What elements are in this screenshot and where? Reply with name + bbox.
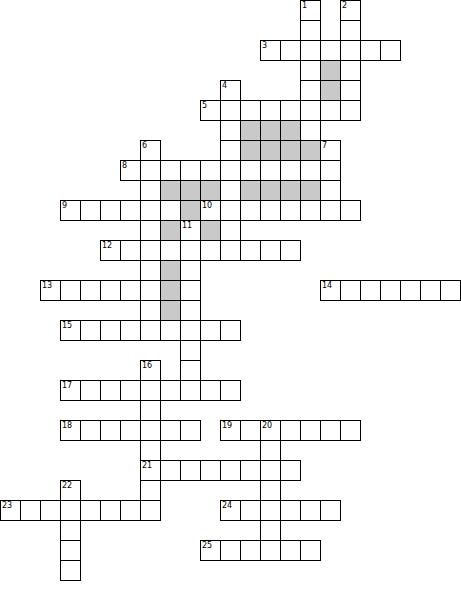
cell-r25c0[interactable]: 23 <box>0 500 21 521</box>
shaded-cell-r9c8 <box>160 180 181 201</box>
cell-r16c9[interactable] <box>180 320 201 341</box>
cell-r10c17[interactable] <box>340 200 361 221</box>
shaded-cell-r9c9 <box>180 180 201 201</box>
cell-r11c7[interactable] <box>140 220 161 241</box>
cell-r11c9[interactable]: 11 <box>180 220 201 241</box>
cell-r8c8[interactable] <box>160 160 181 181</box>
cell-r1c17[interactable] <box>340 20 361 41</box>
cell-r2c15[interactable] <box>300 40 321 61</box>
cell-r2c16[interactable] <box>320 40 341 61</box>
shaded-cell-r9c13 <box>260 180 281 201</box>
cell-r2c13[interactable]: 3 <box>260 40 281 61</box>
cell-r21c5[interactable] <box>100 420 121 441</box>
cell-r21c6[interactable] <box>120 420 141 441</box>
cell-r7c11[interactable] <box>220 140 241 161</box>
shaded-cell-r11c8 <box>160 220 181 241</box>
cell-r23c9[interactable] <box>180 460 201 481</box>
clue-number-5: 5 <box>202 101 207 110</box>
cell-r12c7[interactable] <box>140 240 161 261</box>
cell-r23c13[interactable] <box>260 460 281 481</box>
cell-r5c10[interactable]: 5 <box>200 100 221 121</box>
shaded-cell-r15c8 <box>160 300 181 321</box>
clue-number-13: 13 <box>42 281 52 290</box>
cell-r21c11[interactable]: 19 <box>220 420 241 441</box>
cell-r2c14[interactable] <box>280 40 301 61</box>
cell-r27c14[interactable] <box>280 540 301 561</box>
cell-r10c4[interactable] <box>80 200 101 221</box>
cell-r0c15[interactable]: 1 <box>300 0 321 21</box>
cell-r9c11[interactable] <box>220 180 241 201</box>
crossword-page: 1234567891011121314151617181920212223242… <box>0 0 461 601</box>
cell-r25c7[interactable] <box>140 500 161 521</box>
cell-r16c5[interactable] <box>100 320 121 341</box>
cell-r21c14[interactable] <box>280 420 301 441</box>
cell-r14c17[interactable] <box>340 280 361 301</box>
cell-r12c6[interactable] <box>120 240 141 261</box>
cell-r23c10[interactable] <box>200 460 221 481</box>
cell-r15c9[interactable] <box>180 300 201 321</box>
cell-r24c7[interactable] <box>140 480 161 501</box>
cell-r8c7[interactable] <box>140 160 161 181</box>
cell-r21c15[interactable] <box>300 420 321 441</box>
cell-r10c11[interactable] <box>220 200 241 221</box>
cell-r10c13[interactable] <box>260 200 281 221</box>
clue-number-14: 14 <box>322 281 332 290</box>
cell-r19c5[interactable] <box>100 380 121 401</box>
cell-r25c14[interactable] <box>280 500 301 521</box>
cell-r12c9[interactable] <box>180 240 201 261</box>
cell-r15c7[interactable] <box>140 300 161 321</box>
cell-r21c17[interactable] <box>340 420 361 441</box>
cell-r10c3[interactable]: 9 <box>60 200 81 221</box>
cell-r2c19[interactable] <box>380 40 401 61</box>
cell-r25c1[interactable] <box>20 500 41 521</box>
cell-r5c13[interactable] <box>260 100 281 121</box>
clue-number-23: 23 <box>2 501 12 510</box>
shaded-cell-r4c16 <box>320 80 341 101</box>
cell-r14c16[interactable]: 14 <box>320 280 341 301</box>
cell-r8c11[interactable] <box>220 160 241 181</box>
cell-r18c9[interactable] <box>180 360 201 381</box>
cell-r12c12[interactable] <box>240 240 261 261</box>
cell-r3c15[interactable] <box>300 60 321 81</box>
clue-number-19: 19 <box>222 421 232 430</box>
cell-r4c15[interactable] <box>300 80 321 101</box>
cell-r8c12[interactable] <box>240 160 261 181</box>
cell-r21c7[interactable] <box>140 420 161 441</box>
cell-r4c11[interactable]: 4 <box>220 80 241 101</box>
cell-r14c19[interactable] <box>380 280 401 301</box>
cell-r6c15[interactable] <box>300 120 321 141</box>
clue-number-9: 9 <box>62 201 67 210</box>
cell-r9c7[interactable] <box>140 180 161 201</box>
cell-r19c8[interactable] <box>160 380 181 401</box>
cell-r21c9[interactable] <box>180 420 201 441</box>
clue-number-18: 18 <box>62 421 72 430</box>
cell-r21c8[interactable] <box>160 420 181 441</box>
cell-r5c14[interactable] <box>280 100 301 121</box>
cell-r16c11[interactable] <box>220 320 241 341</box>
cell-r27c12[interactable] <box>240 540 261 561</box>
cell-r21c12[interactable] <box>240 420 261 441</box>
cell-r27c13[interactable] <box>260 540 281 561</box>
clue-number-21: 21 <box>142 461 152 470</box>
cell-r5c11[interactable] <box>220 100 241 121</box>
clue-number-22: 22 <box>62 481 72 490</box>
cell-r10c5[interactable] <box>100 200 121 221</box>
cell-r8c14[interactable] <box>280 160 301 181</box>
cell-r4c17[interactable] <box>340 80 361 101</box>
cell-r23c11[interactable] <box>220 460 241 481</box>
cell-r12c11[interactable] <box>220 240 241 261</box>
cell-r14c18[interactable] <box>360 280 381 301</box>
cell-r19c3[interactable]: 17 <box>60 380 81 401</box>
cell-r5c17[interactable] <box>340 100 361 121</box>
cell-r8c16[interactable] <box>320 160 341 181</box>
crossword-board: 1234567891011121314151617181920212223242… <box>0 0 461 601</box>
cell-r8c13[interactable] <box>260 160 281 181</box>
cell-r8c6[interactable]: 8 <box>120 160 141 181</box>
cell-r25c4[interactable] <box>80 500 101 521</box>
shaded-cell-r9c15 <box>300 180 321 201</box>
cell-r10c7[interactable] <box>140 200 161 221</box>
cell-r8c10[interactable] <box>200 160 221 181</box>
cell-r25c11[interactable]: 24 <box>220 500 241 521</box>
cell-r14c4[interactable] <box>80 280 101 301</box>
cell-r13c7[interactable] <box>140 260 161 281</box>
cell-r26c3[interactable] <box>60 520 81 541</box>
cell-r16c4[interactable] <box>80 320 101 341</box>
cell-r14c5[interactable] <box>100 280 121 301</box>
cell-r27c11[interactable] <box>220 540 241 561</box>
cell-r16c7[interactable] <box>140 320 161 341</box>
cell-r27c10[interactable]: 25 <box>200 540 221 561</box>
cell-r5c16[interactable] <box>320 100 341 121</box>
cell-r23c8[interactable] <box>160 460 181 481</box>
shaded-cell-r7c13 <box>260 140 281 161</box>
cell-r0c17[interactable]: 2 <box>340 0 361 21</box>
cell-r2c18[interactable] <box>360 40 381 61</box>
shaded-cell-r7c15 <box>300 140 321 161</box>
cell-r24c13[interactable] <box>260 480 281 501</box>
cell-r23c14[interactable] <box>280 460 301 481</box>
cell-r25c16[interactable] <box>320 500 341 521</box>
cell-r5c15[interactable] <box>300 100 321 121</box>
cell-r12c13[interactable] <box>260 240 281 261</box>
clue-number-24: 24 <box>222 501 232 510</box>
cell-r12c14[interactable] <box>280 240 301 261</box>
cell-r24c3[interactable]: 22 <box>60 480 81 501</box>
cell-r23c12[interactable] <box>240 460 261 481</box>
cell-r10c15[interactable] <box>300 200 321 221</box>
cell-r14c22[interactable] <box>440 280 461 301</box>
cell-r21c4[interactable] <box>80 420 101 441</box>
cell-r19c10[interactable] <box>200 380 221 401</box>
clue-number-8: 8 <box>122 161 127 170</box>
cell-r3c17[interactable] <box>340 60 361 81</box>
cell-r19c6[interactable] <box>120 380 141 401</box>
cell-r12c8[interactable] <box>160 240 181 261</box>
cell-r12c5[interactable]: 12 <box>100 240 121 261</box>
cell-r16c3[interactable]: 15 <box>60 320 81 341</box>
shaded-cell-r11c10 <box>200 220 221 241</box>
clue-number-15: 15 <box>62 321 72 330</box>
shaded-cell-r7c14 <box>280 140 301 161</box>
shaded-cell-r9c14 <box>280 180 301 201</box>
shaded-cell-r3c16 <box>320 60 341 81</box>
clue-number-4: 4 <box>222 81 227 90</box>
cell-r10c12[interactable] <box>240 200 261 221</box>
cell-r14c21[interactable] <box>420 280 441 301</box>
clue-number-7: 7 <box>322 141 327 150</box>
cell-r27c15[interactable] <box>300 540 321 561</box>
shaded-cell-r7c12 <box>240 140 261 161</box>
clue-number-2: 2 <box>342 1 347 10</box>
cell-r8c9[interactable] <box>180 160 201 181</box>
cell-r10c8[interactable] <box>160 200 181 221</box>
cell-r17c9[interactable] <box>180 340 201 361</box>
cell-r10c14[interactable] <box>280 200 301 221</box>
cell-r21c16[interactable] <box>320 420 341 441</box>
cell-r10c10[interactable]: 10 <box>200 200 221 221</box>
cell-r11c11[interactable] <box>220 220 241 241</box>
cell-r9c16[interactable] <box>320 180 341 201</box>
clue-number-6: 6 <box>142 141 147 150</box>
cell-r25c5[interactable] <box>100 500 121 521</box>
cell-r25c12[interactable] <box>240 500 261 521</box>
shaded-cell-r9c12 <box>240 180 261 201</box>
cell-r8c15[interactable] <box>300 160 321 181</box>
cell-r19c7[interactable] <box>140 380 161 401</box>
clue-number-20: 20 <box>262 421 272 430</box>
cell-r18c7[interactable]: 16 <box>140 360 161 381</box>
clue-number-10: 10 <box>202 201 212 210</box>
cell-r2c17[interactable] <box>340 40 361 61</box>
cell-r26c13[interactable] <box>260 520 281 541</box>
shaded-cell-r6c13 <box>260 120 281 141</box>
cell-r14c3[interactable] <box>60 280 81 301</box>
cell-r19c11[interactable] <box>220 380 241 401</box>
cell-r25c6[interactable] <box>120 500 141 521</box>
cell-r21c13[interactable]: 20 <box>260 420 281 441</box>
cell-r27c3[interactable] <box>60 540 81 561</box>
cell-r21c3[interactable]: 18 <box>60 420 81 441</box>
cell-r22c7[interactable] <box>140 440 161 461</box>
cell-r28c3[interactable] <box>60 560 81 581</box>
cell-r14c20[interactable] <box>400 280 421 301</box>
clue-number-12: 12 <box>102 241 112 250</box>
clue-number-3: 3 <box>262 41 267 50</box>
cell-r12c10[interactable] <box>200 240 221 261</box>
clue-number-11: 11 <box>182 221 192 230</box>
cell-r22c13[interactable] <box>260 440 281 461</box>
cell-r20c7[interactable] <box>140 400 161 421</box>
cell-r7c7[interactable]: 6 <box>140 140 161 161</box>
clue-number-16: 16 <box>142 361 152 370</box>
cell-r13c9[interactable] <box>180 260 201 281</box>
shaded-cell-r10c9 <box>180 200 201 221</box>
shaded-cell-r13c8 <box>160 260 181 281</box>
shaded-cell-r9c10 <box>200 180 221 201</box>
shaded-cell-r6c14 <box>280 120 301 141</box>
cell-r16c10[interactable] <box>200 320 221 341</box>
cell-r5c12[interactable] <box>240 100 261 121</box>
cell-r6c11[interactable] <box>220 120 241 141</box>
clue-number-25: 25 <box>202 541 212 550</box>
shaded-cell-r6c12 <box>240 120 261 141</box>
cell-r14c6[interactable] <box>120 280 141 301</box>
clue-number-17: 17 <box>62 381 72 390</box>
cell-r23c7[interactable]: 21 <box>140 460 161 481</box>
cell-r14c2[interactable]: 13 <box>40 280 61 301</box>
cell-r25c13[interactable] <box>260 500 281 521</box>
cell-r14c7[interactable] <box>140 280 161 301</box>
cell-r16c6[interactable] <box>120 320 141 341</box>
cell-r14c9[interactable] <box>180 280 201 301</box>
cell-r25c3[interactable] <box>60 500 81 521</box>
cell-r1c15[interactable] <box>300 20 321 41</box>
cell-r10c16[interactable] <box>320 200 341 221</box>
cell-r16c8[interactable] <box>160 320 181 341</box>
cell-r25c15[interactable] <box>300 500 321 521</box>
cell-r10c6[interactable] <box>120 200 141 221</box>
shaded-cell-r14c8 <box>160 280 181 301</box>
cell-r7c16[interactable]: 7 <box>320 140 341 161</box>
cell-r25c2[interactable] <box>40 500 61 521</box>
clue-number-1: 1 <box>302 1 307 10</box>
cell-r19c4[interactable] <box>80 380 101 401</box>
cell-r19c9[interactable] <box>180 380 201 401</box>
